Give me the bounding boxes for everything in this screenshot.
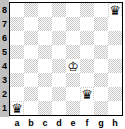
square-c2[interactable]	[38, 87, 52, 101]
square-g3[interactable]	[94, 73, 108, 87]
rank-label-7: 7	[0, 17, 9, 31]
square-c1[interactable]	[38, 101, 52, 115]
square-b8[interactable]	[24, 3, 38, 17]
square-e3[interactable]	[66, 73, 80, 87]
square-a8[interactable]	[10, 3, 24, 17]
square-e5[interactable]	[66, 45, 80, 59]
square-c7[interactable]	[38, 17, 52, 31]
square-e6[interactable]	[66, 31, 80, 45]
square-c8[interactable]	[38, 3, 52, 17]
square-b3[interactable]	[24, 73, 38, 87]
rank-label-4: 4	[0, 59, 9, 73]
square-b1[interactable]	[24, 101, 38, 115]
square-f7[interactable]	[80, 17, 94, 31]
rank-label-5: 5	[0, 45, 9, 59]
square-g8[interactable]	[94, 3, 108, 17]
file-label-g: g	[94, 117, 108, 129]
square-h6[interactable]	[108, 31, 122, 45]
square-f8[interactable]	[80, 3, 94, 17]
square-e7[interactable]	[66, 17, 80, 31]
square-b2[interactable]	[24, 87, 38, 101]
square-a6[interactable]	[10, 31, 24, 45]
square-h3[interactable]	[108, 73, 122, 87]
square-h7[interactable]	[108, 17, 122, 31]
square-a7[interactable]	[10, 17, 24, 31]
square-h2[interactable]	[108, 87, 122, 101]
file-label-h: h	[108, 117, 122, 129]
square-f6[interactable]	[80, 31, 94, 45]
rank-label-2: 2	[0, 87, 9, 101]
square-c5[interactable]	[38, 45, 52, 59]
square-c6[interactable]	[38, 31, 52, 45]
square-e1[interactable]	[66, 101, 80, 115]
square-f1[interactable]	[80, 101, 94, 115]
file-label-e: e	[66, 117, 80, 129]
file-label-c: c	[38, 117, 52, 129]
square-d6[interactable]	[52, 31, 66, 45]
piece-black-queen-a1[interactable]: ♛	[11, 102, 23, 115]
file-label-b: b	[24, 117, 38, 129]
square-b5[interactable]	[24, 45, 38, 59]
square-e8[interactable]	[66, 3, 80, 17]
square-e2[interactable]	[66, 87, 80, 101]
square-f2[interactable]: ♛	[80, 87, 94, 101]
square-e4[interactable]: ♔	[66, 59, 80, 73]
square-b6[interactable]	[24, 31, 38, 45]
square-c4[interactable]	[38, 59, 52, 73]
square-d3[interactable]	[52, 73, 66, 87]
square-h5[interactable]	[108, 45, 122, 59]
chess-diagram: 87654321 ♛♔♛♛ abcdefgh	[0, 0, 125, 129]
square-f3[interactable]	[80, 73, 94, 87]
piece-black-queen-f2[interactable]: ♛	[81, 88, 93, 101]
square-d8[interactable]	[52, 3, 66, 17]
square-g2[interactable]	[94, 87, 108, 101]
square-b4[interactable]	[24, 59, 38, 73]
file-label-f: f	[80, 117, 94, 129]
rank-label-3: 3	[0, 73, 9, 87]
square-f5[interactable]	[80, 45, 94, 59]
square-d4[interactable]	[52, 59, 66, 73]
square-g4[interactable]	[94, 59, 108, 73]
square-d2[interactable]	[52, 87, 66, 101]
square-g5[interactable]	[94, 45, 108, 59]
square-d5[interactable]	[52, 45, 66, 59]
file-label-d: d	[52, 117, 66, 129]
square-h4[interactable]	[108, 59, 122, 73]
square-a5[interactable]	[10, 45, 24, 59]
square-d7[interactable]	[52, 17, 66, 31]
rank-gutter: 87654321	[0, 0, 9, 117]
square-g6[interactable]	[94, 31, 108, 45]
square-a3[interactable]	[10, 73, 24, 87]
rank-label-8: 8	[0, 3, 9, 17]
piece-black-queen-h8[interactable]: ♛	[109, 4, 121, 17]
square-a4[interactable]	[10, 59, 24, 73]
square-g7[interactable]	[94, 17, 108, 31]
square-h1[interactable]	[108, 101, 122, 115]
square-a2[interactable]	[10, 87, 24, 101]
file-label-a: a	[10, 117, 24, 129]
square-a1[interactable]: ♛	[10, 101, 24, 115]
chess-board: ♛♔♛♛	[9, 2, 123, 116]
square-d1[interactable]	[52, 101, 66, 115]
square-g1[interactable]	[94, 101, 108, 115]
piece-white-king-e4[interactable]: ♔	[67, 60, 79, 73]
square-f4[interactable]	[80, 59, 94, 73]
square-b7[interactable]	[24, 17, 38, 31]
rank-label-1: 1	[0, 101, 9, 115]
file-labels: abcdefgh	[10, 117, 122, 129]
square-h8[interactable]: ♛	[108, 3, 122, 17]
square-c3[interactable]	[38, 73, 52, 87]
rank-label-6: 6	[0, 31, 9, 45]
